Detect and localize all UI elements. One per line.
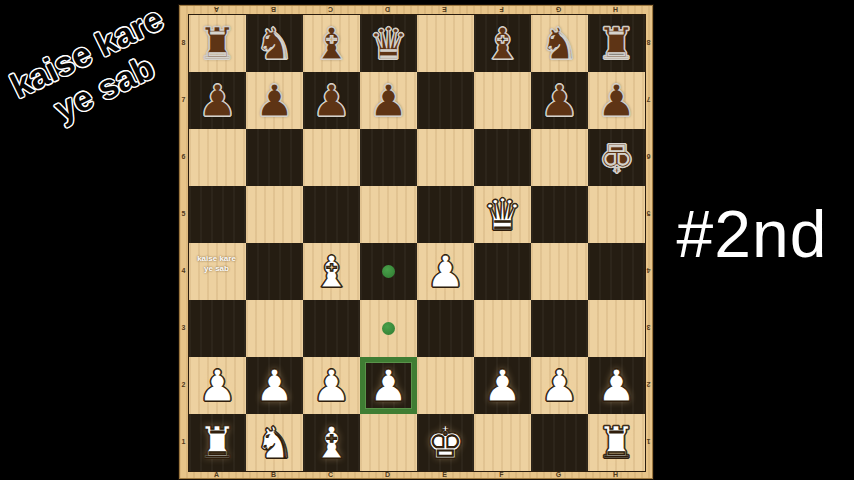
square-d1[interactable] xyxy=(360,414,417,471)
piece-white-bishop[interactable]: ♝ xyxy=(312,243,351,300)
coordinate-label: 1 xyxy=(179,413,188,470)
square-c6[interactable] xyxy=(303,129,360,186)
square-d8[interactable]: ♛ xyxy=(360,15,417,72)
coordinate-label: E xyxy=(416,5,473,14)
piece-white-pawn[interactable]: ♟ xyxy=(540,357,579,414)
square-h1[interactable]: ♜ xyxy=(588,414,645,471)
piece-white-knight[interactable]: ♞ xyxy=(255,414,294,471)
coordinate-label: F xyxy=(473,5,530,14)
square-a5[interactable] xyxy=(189,186,246,243)
coordinate-label: 3 xyxy=(179,299,188,356)
piece-white-queen[interactable]: ♛ xyxy=(483,186,522,243)
square-g3[interactable] xyxy=(531,300,588,357)
square-h8[interactable]: ♜ xyxy=(588,15,645,72)
square-a8[interactable]: ♜ xyxy=(189,15,246,72)
piece-black-rook[interactable]: ♜ xyxy=(198,15,237,72)
square-f7[interactable] xyxy=(474,72,531,129)
move-hint-dot xyxy=(382,322,395,335)
square-d3[interactable] xyxy=(360,300,417,357)
square-g4[interactable] xyxy=(531,243,588,300)
square-d4[interactable] xyxy=(360,243,417,300)
square-h3[interactable] xyxy=(588,300,645,357)
square-d6[interactable] xyxy=(360,129,417,186)
rank-labels-left: 87654321 xyxy=(179,14,188,470)
caption-text: #2nd xyxy=(650,196,854,272)
square-f8[interactable]: ♝ xyxy=(474,15,531,72)
square-g2[interactable]: ♟ xyxy=(531,357,588,414)
piece-white-pawn[interactable]: ♟ xyxy=(312,357,351,414)
square-f1[interactable] xyxy=(474,414,531,471)
square-b6[interactable] xyxy=(246,129,303,186)
piece-black-pawn[interactable]: ♟ xyxy=(255,72,294,129)
square-h5[interactable] xyxy=(588,186,645,243)
coordinate-label: C xyxy=(302,5,359,14)
square-d5[interactable] xyxy=(360,186,417,243)
square-b7[interactable]: ♟ xyxy=(246,72,303,129)
chess-board: ABCDEFGH ABCDEFGH 87654321 87654321 ♜♞♝♛… xyxy=(178,4,654,480)
square-f4[interactable] xyxy=(474,243,531,300)
square-d7[interactable]: ♟ xyxy=(360,72,417,129)
square-e6[interactable] xyxy=(417,129,474,186)
coordinate-label: A xyxy=(188,5,245,14)
square-g1[interactable] xyxy=(531,414,588,471)
piece-white-pawn[interactable]: ♟ xyxy=(255,357,294,414)
square-c2[interactable]: ♟ xyxy=(303,357,360,414)
square-e5[interactable] xyxy=(417,186,474,243)
piece-black-pawn[interactable]: ♟ xyxy=(369,72,408,129)
square-e3[interactable] xyxy=(417,300,474,357)
piece-black-pawn[interactable]: ♟ xyxy=(540,72,579,129)
piece-black-knight[interactable]: ♞ xyxy=(255,15,294,72)
square-c1[interactable]: ♝ xyxy=(303,414,360,471)
coordinate-label: H xyxy=(587,5,644,14)
piece-white-pawn[interactable]: ♟ xyxy=(597,357,636,414)
coordinate-label: 4 xyxy=(179,242,188,299)
piece-white-pawn[interactable]: ♟ xyxy=(426,243,465,300)
square-c5[interactable] xyxy=(303,186,360,243)
coordinate-label: D xyxy=(359,5,416,14)
coordinate-label: B xyxy=(245,5,302,14)
square-c3[interactable] xyxy=(303,300,360,357)
square-b8[interactable]: ♞ xyxy=(246,15,303,72)
square-f6[interactable] xyxy=(474,129,531,186)
piece-black-rook[interactable]: ♜ xyxy=(597,15,636,72)
video-frame: kaise kare ye sab ABCDEFGH ABCDEFGH 8765… xyxy=(0,0,854,480)
square-a2[interactable]: ♟ xyxy=(189,357,246,414)
piece-white-bishop[interactable]: ♝ xyxy=(312,414,351,471)
file-labels-top: ABCDEFGH xyxy=(188,5,644,14)
square-b1[interactable]: ♞ xyxy=(246,414,303,471)
piece-black-pawn[interactable]: ♟ xyxy=(312,72,351,129)
coordinate-label: 2 xyxy=(179,356,188,413)
piece-white-pawn[interactable]: ♟ xyxy=(198,357,237,414)
square-h6[interactable]: ♚ xyxy=(588,129,645,186)
square-e1[interactable]: ♚ xyxy=(417,414,474,471)
square-e2[interactable] xyxy=(417,357,474,414)
piece-black-bishop[interactable]: ♝ xyxy=(312,15,351,72)
square-c7[interactable]: ♟ xyxy=(303,72,360,129)
piece-black-bishop[interactable]: ♝ xyxy=(483,15,522,72)
piece-black-pawn[interactable]: ♟ xyxy=(198,72,237,129)
piece-black-king[interactable]: ♚ xyxy=(599,129,635,186)
square-g7[interactable]: ♟ xyxy=(531,72,588,129)
square-c8[interactable]: ♝ xyxy=(303,15,360,72)
square-e4[interactable]: ♟ xyxy=(417,243,474,300)
board-watermark-line2: ye sab xyxy=(188,264,245,274)
square-b3[interactable] xyxy=(246,300,303,357)
square-e8[interactable] xyxy=(417,15,474,72)
coordinate-label: 6 xyxy=(179,128,188,185)
piece-white-pawn[interactable]: ♟ xyxy=(369,357,408,414)
move-hint-dot xyxy=(382,265,395,278)
coordinate-label: 5 xyxy=(179,185,188,242)
square-d2[interactable]: ♟ xyxy=(360,357,417,414)
square-g5[interactable] xyxy=(531,186,588,243)
square-f5[interactable]: ♛ xyxy=(474,186,531,243)
square-b4[interactable] xyxy=(246,243,303,300)
square-h4[interactable] xyxy=(588,243,645,300)
piece-white-rook[interactable]: ♜ xyxy=(198,414,237,471)
square-a7[interactable]: ♟ xyxy=(189,72,246,129)
square-h7[interactable]: ♟ xyxy=(588,72,645,129)
board-watermark-text: kaise kare ye sab xyxy=(188,254,245,275)
square-g8[interactable]: ♞ xyxy=(531,15,588,72)
piece-black-queen[interactable]: ♛ xyxy=(369,15,408,72)
piece-black-knight[interactable]: ♞ xyxy=(540,15,579,72)
coordinate-label: G xyxy=(530,5,587,14)
piece-black-pawn[interactable]: ♟ xyxy=(597,72,636,129)
square-b2[interactable]: ♟ xyxy=(246,357,303,414)
square-f3[interactable] xyxy=(474,300,531,357)
square-b5[interactable] xyxy=(246,186,303,243)
board-watermark-line1: kaise kare xyxy=(188,254,245,264)
square-a3[interactable] xyxy=(189,300,246,357)
square-a1[interactable]: ♜ xyxy=(189,414,246,471)
square-f2[interactable]: ♟ xyxy=(474,357,531,414)
square-c4[interactable]: ♝ xyxy=(303,243,360,300)
piece-white-king[interactable]: ♚ xyxy=(426,414,465,471)
square-g6[interactable] xyxy=(531,129,588,186)
square-a6[interactable] xyxy=(189,129,246,186)
square-e7[interactable] xyxy=(417,72,474,129)
board-grid: ♜♞♝♛♝♞♜♟♟♟♟♟♟♚♛♝♟♟♟♟♟♟♟♟♜♞♝♚♜ xyxy=(188,14,646,472)
coordinate-label: 7 xyxy=(179,71,188,128)
piece-white-rook[interactable]: ♜ xyxy=(597,414,636,471)
coordinate-label: 8 xyxy=(179,14,188,71)
piece-white-pawn[interactable]: ♟ xyxy=(483,357,522,414)
square-h2[interactable]: ♟ xyxy=(588,357,645,414)
